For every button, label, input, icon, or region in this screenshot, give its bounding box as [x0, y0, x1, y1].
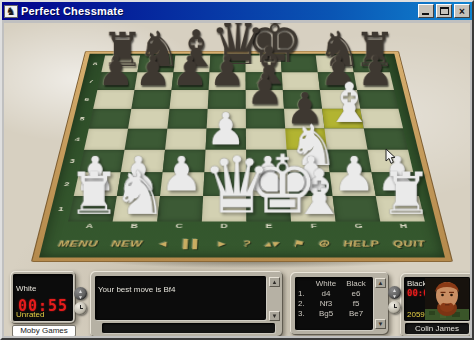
piece-white-rook-h1[interactable]: ♜ [380, 168, 425, 221]
menu-item-resign[interactable]: ⚑ [292, 239, 305, 249]
move-list-header-white: White [311, 279, 341, 289]
black-rating-label: 2059 [407, 310, 425, 319]
black-player-screen: Black 00:03 2059 [404, 277, 470, 321]
minimize-icon [422, 13, 429, 15]
rank-label-4: 4 [74, 136, 80, 142]
piece-black-pawn-e6[interactable]: ♟ [246, 70, 284, 109]
move-black: e6 [341, 289, 371, 299]
rank-label-5: 5 [79, 116, 85, 121]
move-list-header-black: Black [341, 279, 371, 289]
mouse-cursor [385, 148, 396, 165]
file-label-g: G [354, 222, 363, 232]
file-label-d: D [220, 222, 228, 232]
square-c5[interactable] [167, 109, 207, 129]
black-nameplate: Colin James [405, 323, 469, 334]
file-labels: ABCDEFGH [66, 222, 428, 232]
piece-black-pawn-b7[interactable]: ♟ [134, 52, 171, 90]
rank-label-6: 6 [84, 97, 90, 102]
file-label-b: B [130, 222, 139, 232]
move-white: Bg5 [311, 309, 341, 319]
game-area: 87654321 ♜♞♝♛♚♞♜♟♟♟♟♝♟♟♟♟♝♟♞♟♟♟♟♟♟♟♜♞♛♚♝… [4, 23, 470, 336]
hint-message: Your best move is Bf4 [98, 285, 176, 294]
piece-white-pawn-c2[interactable]: ♟ [160, 152, 203, 196]
rank-label-7: 7 [88, 79, 94, 84]
chat-input[interactable] [102, 323, 275, 333]
menu-item-forward[interactable]: ► [216, 239, 229, 248]
square-b6[interactable] [131, 90, 171, 109]
file-label-f: F [310, 222, 317, 232]
move-black: Be7 [341, 309, 371, 319]
square-c6[interactable] [170, 90, 209, 109]
piece-black-pawn-c7[interactable]: ♟ [172, 52, 209, 90]
maximize-icon [440, 7, 449, 15]
square-a6[interactable] [93, 90, 134, 109]
close-button[interactable]: × [454, 4, 470, 18]
white-rating-label: Unrated [16, 310, 44, 319]
app-knight-icon: ♞ [4, 5, 18, 18]
window-title: Perfect Chessmate [21, 5, 123, 17]
piece-white-queen-d1[interactable]: ♛ [202, 150, 247, 222]
square-c7[interactable]: ♟ [172, 72, 210, 90]
square-a1[interactable]: ♜ [68, 196, 117, 222]
moves-scroll-down-button[interactable]: ▼ [375, 319, 386, 329]
square-a5[interactable] [89, 109, 132, 129]
minimize-button[interactable] [418, 4, 434, 18]
message-panel: Your best move is Bf4 ▲ ▼ [90, 271, 283, 336]
square-e6[interactable]: ♟ [246, 90, 284, 109]
white-side-label: White [16, 284, 36, 293]
black-clock-adjust-button[interactable]: ▲▼ [388, 286, 401, 299]
menu-item-draw[interactable]: ☮ [317, 239, 330, 249]
white-clock-icon-button[interactable] [74, 302, 87, 315]
white-clock-adjust-button[interactable]: ▲▼ [74, 287, 87, 300]
board-grid: ♜♞♝♛♚♞♜♟♟♟♟♝♟♟♟♟♝♟♞♟♟♟♟♟♟♟♜♞♛♚♝♜ [68, 55, 425, 221]
moves-scroll-up-button[interactable]: ▲ [375, 278, 386, 288]
menu-item-pause[interactable]: ▌▌ [183, 239, 203, 248]
piece-black-pawn-d7[interactable]: ♟ [209, 52, 246, 90]
app-window: ♞ Perfect Chessmate × 87654321 ♜♞♝♛♚♞♜♟♟… [0, 0, 474, 340]
message-scroll-up-button[interactable]: ▲ [269, 277, 280, 287]
square-c2[interactable]: ♟ [160, 172, 204, 196]
square-b7[interactable]: ♟ [134, 72, 173, 90]
move-white: d4 [311, 289, 341, 299]
title-bar[interactable]: ♞ Perfect Chessmate × [2, 2, 472, 20]
black-side-label: Black [407, 279, 427, 288]
square-a7[interactable]: ♟ [97, 72, 137, 90]
menu-item-menu[interactable]: MENU [58, 239, 99, 248]
square-h1[interactable]: ♜ [376, 196, 425, 222]
square-d1[interactable]: ♛ [202, 196, 247, 222]
opponent-portrait [425, 278, 469, 320]
move-list-panel: White Black 1. d4 e6 2. Nf3 f5 3. Bg5 Be… [290, 272, 389, 335]
message-screen: Your best move is Bf4 [95, 276, 266, 320]
file-label-e: E [265, 222, 272, 232]
move-list-screen: White Black 1. d4 e6 2. Nf3 f5 3. Bg5 Be… [295, 277, 373, 330]
menu-item-hint[interactable]: ? [243, 239, 251, 248]
square-e5[interactable] [246, 109, 285, 129]
piece-black-pawn-a7[interactable]: ♟ [97, 52, 134, 90]
white-nameplate: Moby Games [12, 325, 76, 336]
move-white: Nf3 [311, 299, 341, 309]
move-number: 2. [297, 299, 311, 309]
black-player-panel: Black 00:03 2059 [400, 273, 470, 336]
move-list: White Black 1. d4 e6 2. Nf3 f5 3. Bg5 Be… [297, 279, 371, 319]
menu-item-back[interactable]: ◄ [156, 239, 170, 248]
maximize-button[interactable] [436, 4, 452, 18]
move-number: 1. [297, 289, 311, 299]
square-d7[interactable]: ♟ [209, 72, 246, 90]
white-clock-panel: White 00:55 Unrated [10, 271, 76, 324]
move-black: f5 [341, 299, 371, 309]
black-clock-icon-button[interactable] [388, 301, 401, 314]
file-label-h: H [399, 222, 408, 232]
message-scroll-down-button[interactable]: ▼ [269, 311, 280, 321]
file-label-a: A [85, 222, 94, 232]
board-menu-bar: MENUNEW◄▌▌►?▴▾⚑☮HELPQUIT [44, 233, 439, 254]
menu-item-flip[interactable]: ▴▾ [265, 239, 279, 249]
piece-white-rook-a1[interactable]: ♜ [68, 168, 113, 221]
menu-item-new[interactable]: NEW [111, 239, 143, 248]
menu-item-quit[interactable]: QUIT [392, 239, 426, 248]
move-number: 3. [297, 309, 311, 319]
file-label-c: C [175, 222, 183, 232]
square-b5[interactable] [128, 109, 169, 129]
close-icon: × [455, 5, 469, 17]
menu-item-help[interactable]: HELP [343, 239, 380, 248]
rank-label-1: 1 [57, 205, 64, 212]
white-clock-screen: White 00:55 Unrated [13, 274, 73, 321]
